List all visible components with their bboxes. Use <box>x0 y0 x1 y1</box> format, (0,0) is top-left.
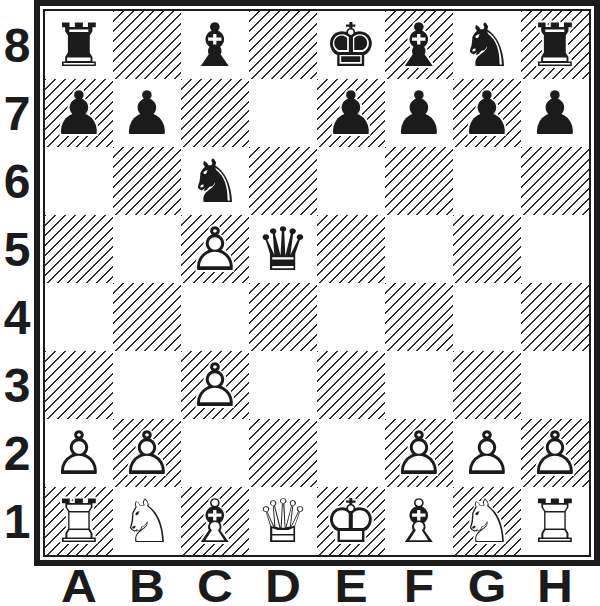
square-a2[interactable]: ♟♙ <box>45 419 113 487</box>
piece-white-pawn: ♟♙ <box>181 351 249 419</box>
square-c3[interactable]: ♟♙ <box>181 351 249 419</box>
piece-fill-glyph: ♝ <box>385 11 453 79</box>
piece-glyph: ♜ <box>521 11 589 79</box>
piece-glyph: ♟ <box>113 79 181 147</box>
file-label-h: H <box>518 566 591 606</box>
square-h2[interactable]: ♟♙ <box>521 419 589 487</box>
square-e6[interactable] <box>317 147 385 215</box>
square-h7[interactable]: ♟♟ <box>521 79 589 147</box>
square-d5[interactable]: ♛♛ <box>249 215 317 283</box>
square-f2[interactable]: ♟♙ <box>385 419 453 487</box>
square-f3[interactable] <box>385 351 453 419</box>
piece-black-rook: ♜♜ <box>521 11 589 79</box>
piece-fill-glyph: ♞ <box>453 487 521 555</box>
square-e1[interactable]: ♚♔ <box>317 487 385 555</box>
square-a6[interactable] <box>45 147 113 215</box>
square-e4[interactable] <box>317 283 385 351</box>
square-g8[interactable]: ♞♞ <box>453 11 521 79</box>
piece-glyph: ♞ <box>453 11 521 79</box>
piece-fill-glyph: ♟ <box>317 79 385 147</box>
square-e8[interactable]: ♚♚ <box>317 11 385 79</box>
piece-fill-glyph: ♟ <box>453 79 521 147</box>
piece-fill-glyph: ♝ <box>181 11 249 79</box>
piece-white-knight: ♞♘ <box>453 487 521 555</box>
piece-glyph: ♙ <box>181 215 249 283</box>
piece-glyph: ♛ <box>249 215 317 283</box>
square-h3[interactable] <box>521 351 589 419</box>
square-f6[interactable] <box>385 147 453 215</box>
piece-glyph: ♙ <box>181 351 249 419</box>
square-b7[interactable]: ♟♟ <box>113 79 181 147</box>
square-h4[interactable] <box>521 283 589 351</box>
piece-white-pawn: ♟♙ <box>385 419 453 487</box>
square-c5[interactable]: ♟♙ <box>181 215 249 283</box>
square-d7[interactable] <box>249 79 317 147</box>
square-g3[interactable] <box>453 351 521 419</box>
rank-label-6: 6 <box>0 147 34 215</box>
piece-fill-glyph: ♜ <box>45 487 113 555</box>
piece-fill-glyph: ♟ <box>113 419 181 487</box>
piece-white-pawn: ♟♙ <box>45 419 113 487</box>
square-g6[interactable] <box>453 147 521 215</box>
file-label-g: G <box>450 566 523 606</box>
piece-fill-glyph: ♟ <box>181 215 249 283</box>
piece-fill-glyph: ♟ <box>453 419 521 487</box>
piece-fill-glyph: ♝ <box>181 487 249 555</box>
square-g1[interactable]: ♞♘ <box>453 487 521 555</box>
square-c7[interactable] <box>181 79 249 147</box>
square-h8[interactable]: ♜♜ <box>521 11 589 79</box>
square-h6[interactable] <box>521 147 589 215</box>
piece-glyph: ♖ <box>521 487 589 555</box>
square-h1[interactable]: ♜♖ <box>521 487 589 555</box>
piece-fill-glyph: ♝ <box>385 487 453 555</box>
piece-fill-glyph: ♞ <box>181 147 249 215</box>
square-h5[interactable] <box>521 215 589 283</box>
square-c6[interactable]: ♞♞ <box>181 147 249 215</box>
square-e3[interactable] <box>317 351 385 419</box>
rank-label-1: 1 <box>0 487 34 555</box>
piece-fill-glyph: ♟ <box>45 419 113 487</box>
piece-white-pawn: ♟♙ <box>113 419 181 487</box>
square-c2[interactable] <box>181 419 249 487</box>
piece-glyph: ♟ <box>45 79 113 147</box>
piece-white-knight: ♞♘ <box>113 487 181 555</box>
square-a8[interactable]: ♜♜ <box>45 11 113 79</box>
square-b6[interactable] <box>113 147 181 215</box>
square-g4[interactable] <box>453 283 521 351</box>
square-f1[interactable]: ♝♗ <box>385 487 453 555</box>
piece-black-pawn: ♟♟ <box>113 79 181 147</box>
file-label-c: C <box>178 566 251 606</box>
piece-black-knight: ♞♞ <box>453 11 521 79</box>
piece-black-pawn: ♟♟ <box>385 79 453 147</box>
square-d8[interactable] <box>249 11 317 79</box>
piece-black-king: ♚♚ <box>317 11 385 79</box>
piece-black-bishop: ♝♝ <box>385 11 453 79</box>
piece-white-bishop: ♝♗ <box>181 487 249 555</box>
piece-glyph: ♙ <box>45 419 113 487</box>
chess-diagram: 87654321 ♜♜♝♝♚♚♝♝♞♞♜♜♟♟♟♟♟♟♟♟♟♟♟♟♞♞♟♙♛♛♟… <box>0 0 600 606</box>
piece-fill-glyph: ♟ <box>385 79 453 147</box>
piece-white-king: ♚♔ <box>317 487 385 555</box>
piece-white-pawn: ♟♙ <box>521 419 589 487</box>
piece-fill-glyph: ♟ <box>385 419 453 487</box>
piece-fill-glyph: ♟ <box>521 419 589 487</box>
piece-glyph: ♝ <box>181 11 249 79</box>
square-g5[interactable] <box>453 215 521 283</box>
piece-fill-glyph: ♛ <box>249 487 317 555</box>
file-label-b: B <box>110 566 183 606</box>
square-f4[interactable] <box>385 283 453 351</box>
piece-black-pawn: ♟♟ <box>453 79 521 147</box>
piece-fill-glyph: ♚ <box>317 487 385 555</box>
piece-black-rook: ♜♜ <box>45 11 113 79</box>
square-a4[interactable] <box>45 283 113 351</box>
piece-glyph: ♟ <box>317 79 385 147</box>
rank-label-5: 5 <box>0 215 34 283</box>
piece-glyph: ♞ <box>181 147 249 215</box>
piece-glyph: ♙ <box>385 419 453 487</box>
piece-black-queen: ♛♛ <box>249 215 317 283</box>
square-c4[interactable] <box>181 283 249 351</box>
square-a3[interactable] <box>45 351 113 419</box>
piece-fill-glyph: ♛ <box>249 215 317 283</box>
piece-fill-glyph: ♟ <box>521 79 589 147</box>
square-e7[interactable]: ♟♟ <box>317 79 385 147</box>
file-label-d: D <box>246 566 319 606</box>
file-label-f: F <box>382 566 455 606</box>
piece-white-rook: ♜♖ <box>45 487 113 555</box>
piece-glyph: ♗ <box>385 487 453 555</box>
board-grid: ♜♜♝♝♚♚♝♝♞♞♜♜♟♟♟♟♟♟♟♟♟♟♟♟♞♞♟♙♛♛♟♙♟♙♟♙♟♙♟♙… <box>43 9 591 557</box>
piece-glyph: ♚ <box>317 11 385 79</box>
piece-glyph: ♖ <box>45 487 113 555</box>
piece-white-rook: ♜♖ <box>521 487 589 555</box>
rank-label-4: 4 <box>0 283 34 351</box>
square-c1[interactable]: ♝♗ <box>181 487 249 555</box>
piece-glyph: ♙ <box>521 419 589 487</box>
piece-white-bishop: ♝♗ <box>385 487 453 555</box>
piece-fill-glyph: ♜ <box>521 11 589 79</box>
piece-glyph: ♟ <box>453 79 521 147</box>
rank-label-2: 2 <box>0 419 34 487</box>
piece-glyph: ♜ <box>45 11 113 79</box>
square-g2[interactable]: ♟♙ <box>453 419 521 487</box>
piece-black-pawn: ♟♟ <box>45 79 113 147</box>
piece-black-knight: ♞♞ <box>181 147 249 215</box>
piece-glyph: ♘ <box>113 487 181 555</box>
piece-fill-glyph: ♞ <box>113 487 181 555</box>
square-a5[interactable] <box>45 215 113 283</box>
square-d6[interactable] <box>249 147 317 215</box>
square-f7[interactable]: ♟♟ <box>385 79 453 147</box>
square-d4[interactable] <box>249 283 317 351</box>
piece-fill-glyph: ♟ <box>45 79 113 147</box>
square-b3[interactable] <box>113 351 181 419</box>
piece-white-pawn: ♟♙ <box>453 419 521 487</box>
square-a1[interactable]: ♜♖ <box>45 487 113 555</box>
square-f5[interactable] <box>385 215 453 283</box>
square-b1[interactable]: ♞♘ <box>113 487 181 555</box>
piece-fill-glyph: ♞ <box>453 11 521 79</box>
piece-glyph: ♗ <box>181 487 249 555</box>
file-label-e: E <box>314 566 387 606</box>
piece-white-pawn: ♟♙ <box>181 215 249 283</box>
piece-fill-glyph: ♟ <box>181 351 249 419</box>
square-g7[interactable]: ♟♟ <box>453 79 521 147</box>
square-d3[interactable] <box>249 351 317 419</box>
piece-fill-glyph: ♜ <box>45 11 113 79</box>
piece-glyph: ♝ <box>385 11 453 79</box>
piece-white-queen: ♛♕ <box>249 487 317 555</box>
piece-glyph: ♕ <box>249 487 317 555</box>
piece-black-pawn: ♟♟ <box>317 79 385 147</box>
square-b4[interactable] <box>113 283 181 351</box>
square-e5[interactable] <box>317 215 385 283</box>
piece-fill-glyph: ♜ <box>521 487 589 555</box>
piece-glyph: ♙ <box>113 419 181 487</box>
piece-glyph: ♙ <box>453 419 521 487</box>
square-d2[interactable] <box>249 419 317 487</box>
rank-label-3: 3 <box>0 351 34 419</box>
square-b5[interactable] <box>113 215 181 283</box>
piece-glyph: ♟ <box>521 79 589 147</box>
piece-glyph: ♘ <box>453 487 521 555</box>
rank-label-7: 7 <box>0 79 34 147</box>
square-b2[interactable]: ♟♙ <box>113 419 181 487</box>
piece-fill-glyph: ♟ <box>113 79 181 147</box>
square-a7[interactable]: ♟♟ <box>45 79 113 147</box>
piece-glyph: ♔ <box>317 487 385 555</box>
piece-black-pawn: ♟♟ <box>521 79 589 147</box>
rank-label-8: 8 <box>0 11 34 79</box>
square-c8[interactable]: ♝♝ <box>181 11 249 79</box>
square-b8[interactable] <box>113 11 181 79</box>
board-frame: ♜♜♝♝♚♚♝♝♞♞♜♜♟♟♟♟♟♟♟♟♟♟♟♟♞♞♟♙♛♛♟♙♟♙♟♙♟♙♟♙… <box>34 0 600 566</box>
piece-black-bishop: ♝♝ <box>181 11 249 79</box>
rank-labels: 87654321 <box>0 11 34 555</box>
square-e2[interactable] <box>317 419 385 487</box>
file-labels: ABCDEFGH <box>45 566 589 606</box>
piece-fill-glyph: ♚ <box>317 11 385 79</box>
square-f8[interactable]: ♝♝ <box>385 11 453 79</box>
piece-glyph: ♟ <box>385 79 453 147</box>
square-d1[interactable]: ♛♕ <box>249 487 317 555</box>
file-label-a: A <box>42 566 115 606</box>
